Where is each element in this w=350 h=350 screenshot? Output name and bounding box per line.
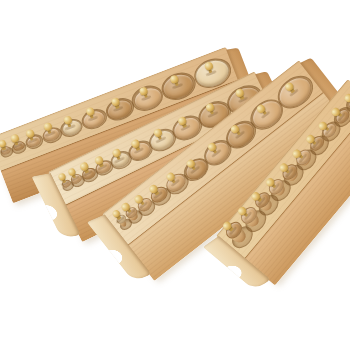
- product-photo: [0, 0, 350, 350]
